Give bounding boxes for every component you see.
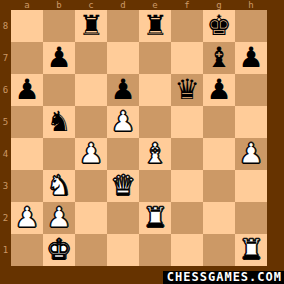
- square-h6[interactable]: [235, 74, 267, 106]
- square-e4[interactable]: ♝: [139, 138, 171, 170]
- piece-black-pawn-a6[interactable]: ♟: [11, 74, 43, 106]
- square-c2[interactable]: [75, 202, 107, 234]
- square-a7[interactable]: [11, 42, 43, 74]
- square-g4[interactable]: [203, 138, 235, 170]
- square-e2[interactable]: ♜: [139, 202, 171, 234]
- square-c7[interactable]: [75, 42, 107, 74]
- piece-black-pawn-d6[interactable]: ♟: [107, 74, 139, 106]
- square-a3[interactable]: [11, 170, 43, 202]
- file-label-h: h: [235, 0, 267, 10]
- square-h3[interactable]: [235, 170, 267, 202]
- square-g7[interactable]: ♝: [203, 42, 235, 74]
- piece-white-pawn-a2[interactable]: ♟: [11, 202, 43, 234]
- square-f5[interactable]: [171, 106, 203, 138]
- square-f3[interactable]: [171, 170, 203, 202]
- square-f7[interactable]: [171, 42, 203, 74]
- square-g6[interactable]: ♟: [203, 74, 235, 106]
- square-h7[interactable]: ♟: [235, 42, 267, 74]
- square-b5[interactable]: ♞: [43, 106, 75, 138]
- piece-white-bishop-e4[interactable]: ♝: [139, 138, 171, 170]
- piece-black-rook-e8[interactable]: ♜: [139, 10, 171, 42]
- square-f2[interactable]: [171, 202, 203, 234]
- square-e6[interactable]: [139, 74, 171, 106]
- square-c1[interactable]: [75, 234, 107, 266]
- piece-black-rook-c8[interactable]: ♜: [75, 10, 107, 42]
- square-h2[interactable]: [235, 202, 267, 234]
- square-b3[interactable]: ♞: [43, 170, 75, 202]
- square-h8[interactable]: [235, 10, 267, 42]
- piece-white-queen-d3[interactable]: ♛: [107, 170, 139, 202]
- square-e5[interactable]: [139, 106, 171, 138]
- square-a5[interactable]: [11, 106, 43, 138]
- file-label-f: f: [171, 0, 203, 10]
- file-label-a: a: [11, 0, 43, 10]
- square-a8[interactable]: [11, 10, 43, 42]
- square-b6[interactable]: [43, 74, 75, 106]
- square-d3[interactable]: ♛: [107, 170, 139, 202]
- piece-black-bishop-g7[interactable]: ♝: [203, 42, 235, 74]
- piece-black-knight-b5[interactable]: ♞: [43, 106, 75, 138]
- chess-board-image: abcdefgh 87654321 ♜♜♚♟♝♟♟♟♛♟♞♟♟♝♟♞♛♟♟♜♚♜…: [0, 0, 284, 284]
- square-g1[interactable]: [203, 234, 235, 266]
- piece-white-rook-e2[interactable]: ♜: [139, 202, 171, 234]
- chess-board: ♜♜♚♟♝♟♟♟♛♟♞♟♟♝♟♞♛♟♟♜♚♜: [11, 10, 267, 266]
- square-c6[interactable]: [75, 74, 107, 106]
- square-d8[interactable]: [107, 10, 139, 42]
- square-d1[interactable]: [107, 234, 139, 266]
- square-e3[interactable]: [139, 170, 171, 202]
- square-c8[interactable]: ♜: [75, 10, 107, 42]
- piece-white-knight-b3[interactable]: ♞: [43, 170, 75, 202]
- piece-white-pawn-d5[interactable]: ♟: [107, 106, 139, 138]
- branding-text: CHESSGAMES.COM: [163, 271, 284, 284]
- piece-white-pawn-c4[interactable]: ♟: [75, 138, 107, 170]
- square-e8[interactable]: ♜: [139, 10, 171, 42]
- piece-white-pawn-b2[interactable]: ♟: [43, 202, 75, 234]
- square-d2[interactable]: [107, 202, 139, 234]
- square-f8[interactable]: [171, 10, 203, 42]
- rank-label-2: 2: [0, 202, 11, 234]
- square-b8[interactable]: [43, 10, 75, 42]
- square-a1[interactable]: [11, 234, 43, 266]
- square-c4[interactable]: ♟: [75, 138, 107, 170]
- square-b2[interactable]: ♟: [43, 202, 75, 234]
- piece-white-rook-h1[interactable]: ♜: [235, 234, 267, 266]
- square-d4[interactable]: [107, 138, 139, 170]
- file-label-d: d: [107, 0, 139, 10]
- rank-label-1: 1: [0, 234, 11, 266]
- piece-black-pawn-h7[interactable]: ♟: [235, 42, 267, 74]
- square-f1[interactable]: [171, 234, 203, 266]
- square-d5[interactable]: ♟: [107, 106, 139, 138]
- rank-label-8: 8: [0, 10, 11, 42]
- square-f6[interactable]: ♛: [171, 74, 203, 106]
- square-e1[interactable]: [139, 234, 171, 266]
- rank-label-5: 5: [0, 106, 11, 138]
- square-d7[interactable]: [107, 42, 139, 74]
- piece-white-pawn-h4[interactable]: ♟: [235, 138, 267, 170]
- rank-label-4: 4: [0, 138, 11, 170]
- piece-white-king-b1[interactable]: ♚: [43, 234, 75, 266]
- square-b4[interactable]: [43, 138, 75, 170]
- square-h5[interactable]: [235, 106, 267, 138]
- square-b7[interactable]: ♟: [43, 42, 75, 74]
- square-c3[interactable]: [75, 170, 107, 202]
- square-c5[interactable]: [75, 106, 107, 138]
- piece-black-king-g8[interactable]: ♚: [203, 10, 235, 42]
- square-g8[interactable]: ♚: [203, 10, 235, 42]
- file-label-b: b: [43, 0, 75, 10]
- square-h4[interactable]: ♟: [235, 138, 267, 170]
- square-a2[interactable]: ♟: [11, 202, 43, 234]
- rank-label-7: 7: [0, 42, 11, 74]
- square-g3[interactable]: [203, 170, 235, 202]
- rank-labels: 87654321: [0, 10, 11, 266]
- square-f4[interactable]: [171, 138, 203, 170]
- piece-black-pawn-b7[interactable]: ♟: [43, 42, 75, 74]
- piece-black-pawn-g6[interactable]: ♟: [203, 74, 235, 106]
- rank-label-6: 6: [0, 74, 11, 106]
- square-d6[interactable]: ♟: [107, 74, 139, 106]
- square-a4[interactable]: [11, 138, 43, 170]
- square-a6[interactable]: ♟: [11, 74, 43, 106]
- square-g5[interactable]: [203, 106, 235, 138]
- rank-label-3: 3: [0, 170, 11, 202]
- piece-black-queen-f6[interactable]: ♛: [171, 74, 203, 106]
- square-h1[interactable]: ♜: [235, 234, 267, 266]
- square-e7[interactable]: [139, 42, 171, 74]
- square-b1[interactable]: ♚: [43, 234, 75, 266]
- square-g2[interactable]: [203, 202, 235, 234]
